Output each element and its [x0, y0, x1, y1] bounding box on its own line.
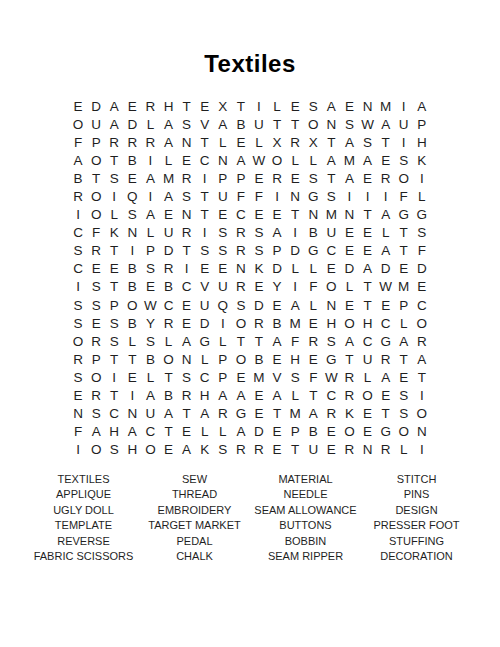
grid-cell-r13c6[interactable]: R	[159, 314, 177, 332]
grid-cell-r3c16[interactable]: A	[340, 133, 358, 151]
grid-cell-r1c9[interactable]: X	[214, 97, 232, 115]
grid-cell-r6c4[interactable]: Q	[123, 187, 141, 205]
grid-cell-r20c8[interactable]: K	[196, 441, 214, 459]
grid-cell-r5c6[interactable]: M	[159, 169, 177, 187]
grid-cell-r17c3[interactable]: T	[105, 387, 123, 405]
grid-cell-r17c1[interactable]: E	[69, 387, 87, 405]
grid-cell-r13c19[interactable]: L	[395, 314, 413, 332]
grid-cell-r12c5[interactable]: W	[141, 296, 159, 314]
grid-cell-r1c2[interactable]: D	[87, 97, 105, 115]
grid-cell-r18c1[interactable]: N	[69, 405, 87, 423]
grid-cell-r1c14[interactable]: S	[304, 97, 322, 115]
grid-cell-r16c3[interactable]: I	[105, 368, 123, 386]
grid-cell-r14c4[interactable]: L	[123, 332, 141, 350]
grid-cell-r13c9[interactable]: I	[214, 314, 232, 332]
grid-cell-r10c16[interactable]: D	[340, 260, 358, 278]
grid-cell-r11c9[interactable]: U	[214, 278, 232, 296]
grid-cell-r10c15[interactable]: E	[322, 260, 340, 278]
grid-cell-r8c20[interactable]: S	[413, 224, 431, 242]
grid-cell-r14c20[interactable]: R	[413, 332, 431, 350]
grid-cell-r19c9[interactable]: L	[214, 423, 232, 441]
grid-cell-r16c13[interactable]: S	[286, 368, 304, 386]
grid-cell-r20c11[interactable]: R	[250, 441, 268, 459]
grid-cell-r3c18[interactable]: T	[377, 133, 395, 151]
grid-cell-r6c8[interactable]: T	[196, 187, 214, 205]
grid-cell-r18c13[interactable]: M	[286, 405, 304, 423]
grid-cell-r2c18[interactable]: A	[377, 115, 395, 133]
grid-cell-r19c12[interactable]: E	[268, 423, 286, 441]
grid-cell-r19c10[interactable]: A	[232, 423, 250, 441]
grid-cell-r5c10[interactable]: P	[232, 169, 250, 187]
grid-cell-r19c17[interactable]: E	[359, 423, 377, 441]
grid-cell-r5c18[interactable]: R	[377, 169, 395, 187]
grid-cell-r20c19[interactable]: L	[395, 441, 413, 459]
grid-cell-r14c14[interactable]: R	[304, 332, 322, 350]
grid-cell-r13c3[interactable]: S	[105, 314, 123, 332]
grid-cell-r2c3[interactable]: A	[105, 115, 123, 133]
grid-cell-r16c20[interactable]: T	[413, 368, 431, 386]
grid-cell-r15c4[interactable]: T	[123, 350, 141, 368]
grid-cell-r17c9[interactable]: A	[214, 387, 232, 405]
grid-cell-r8c9[interactable]: S	[214, 224, 232, 242]
grid-cell-r11c19[interactable]: M	[395, 278, 413, 296]
grid-cell-r18c10[interactable]: G	[232, 405, 250, 423]
grid-cell-r3c10[interactable]: E	[232, 133, 250, 151]
grid-cell-r6c11[interactable]: F	[250, 187, 268, 205]
grid-cell-r9c18[interactable]: A	[377, 242, 395, 260]
grid-cell-r1c12[interactable]: L	[268, 97, 286, 115]
grid-cell-r7c20[interactable]: G	[413, 206, 431, 224]
grid-cell-r14c1[interactable]: O	[69, 332, 87, 350]
grid-cell-r18c8[interactable]: A	[196, 405, 214, 423]
grid-cell-r3c11[interactable]: L	[250, 133, 268, 151]
grid-cell-r6c14[interactable]: G	[304, 187, 322, 205]
grid-cell-r18c12[interactable]: T	[268, 405, 286, 423]
grid-cell-r14c9[interactable]: L	[214, 332, 232, 350]
grid-cell-r15c13[interactable]: H	[286, 350, 304, 368]
grid-cell-r11c14[interactable]: F	[304, 278, 322, 296]
grid-cell-r9c12[interactable]: P	[268, 242, 286, 260]
grid-cell-r17c17[interactable]: O	[359, 387, 377, 405]
grid-cell-r7c4[interactable]: S	[123, 206, 141, 224]
grid-cell-r11c12[interactable]: Y	[268, 278, 286, 296]
grid-cell-r17c4[interactable]: I	[123, 387, 141, 405]
grid-cell-r10c11[interactable]: K	[250, 260, 268, 278]
grid-cell-r15c18[interactable]: R	[377, 350, 395, 368]
grid-cell-r18c5[interactable]: U	[141, 405, 159, 423]
grid-cell-r16c11[interactable]: M	[250, 368, 268, 386]
grid-cell-r20c3[interactable]: S	[105, 441, 123, 459]
grid-cell-r7c18[interactable]: A	[377, 206, 395, 224]
grid-cell-r12c4[interactable]: O	[123, 296, 141, 314]
grid-cell-r15c2[interactable]: P	[87, 350, 105, 368]
grid-cell-r17c11[interactable]: E	[250, 387, 268, 405]
grid-cell-r9c5[interactable]: P	[141, 242, 159, 260]
grid-cell-r1c19[interactable]: I	[395, 97, 413, 115]
grid-cell-r4c14[interactable]: L	[304, 151, 322, 169]
grid-cell-r9c14[interactable]: G	[304, 242, 322, 260]
grid-cell-r9c17[interactable]: E	[359, 242, 377, 260]
grid-cell-r19c4[interactable]: A	[123, 423, 141, 441]
grid-cell-r3c2[interactable]: P	[87, 133, 105, 151]
grid-cell-r5c14[interactable]: S	[304, 169, 322, 187]
grid-cell-r19c15[interactable]: E	[322, 423, 340, 441]
grid-cell-r12c3[interactable]: P	[105, 296, 123, 314]
grid-cell-r4c18[interactable]: E	[377, 151, 395, 169]
grid-cell-r17c20[interactable]: I	[413, 387, 431, 405]
grid-cell-r18c6[interactable]: A	[159, 405, 177, 423]
grid-cell-r15c20[interactable]: A	[413, 350, 431, 368]
grid-cell-r1c10[interactable]: T	[232, 97, 250, 115]
grid-cell-r3c13[interactable]: R	[286, 133, 304, 151]
grid-cell-r14c6[interactable]: L	[159, 332, 177, 350]
grid-cell-r16c16[interactable]: R	[340, 368, 358, 386]
grid-cell-r3c15[interactable]: T	[322, 133, 340, 151]
grid-cell-r9c11[interactable]: S	[250, 242, 268, 260]
grid-cell-r20c6[interactable]: E	[159, 441, 177, 459]
grid-cell-r9c1[interactable]: S	[69, 242, 87, 260]
grid-cell-r19c19[interactable]: O	[395, 423, 413, 441]
grid-cell-r5c20[interactable]: I	[413, 169, 431, 187]
grid-cell-r3c19[interactable]: I	[395, 133, 413, 151]
grid-cell-r15c5[interactable]: B	[141, 350, 159, 368]
grid-cell-r11c3[interactable]: T	[105, 278, 123, 296]
grid-cell-r16c17[interactable]: L	[359, 368, 377, 386]
grid-cell-r13c11[interactable]: R	[250, 314, 268, 332]
grid-cell-r14c2[interactable]: R	[87, 332, 105, 350]
grid-cell-r5c17[interactable]: E	[359, 169, 377, 187]
grid-cell-r20c7[interactable]: A	[178, 441, 196, 459]
grid-cell-r17c8[interactable]: H	[196, 387, 214, 405]
grid-cell-r10c5[interactable]: S	[141, 260, 159, 278]
grid-cell-r14c19[interactable]: A	[395, 332, 413, 350]
grid-cell-r11c18[interactable]: W	[377, 278, 395, 296]
grid-cell-r15c1[interactable]: R	[69, 350, 87, 368]
grid-cell-r11c16[interactable]: L	[340, 278, 358, 296]
grid-cell-r2c19[interactable]: U	[395, 115, 413, 133]
grid-cell-r7c6[interactable]: E	[159, 206, 177, 224]
grid-cell-r11c20[interactable]: E	[413, 278, 431, 296]
grid-cell-r5c13[interactable]: E	[286, 169, 304, 187]
grid-cell-r15c8[interactable]: L	[196, 350, 214, 368]
grid-cell-r20c2[interactable]: O	[87, 441, 105, 459]
grid-cell-r6c7[interactable]: S	[178, 187, 196, 205]
grid-cell-r4c6[interactable]: L	[159, 151, 177, 169]
grid-cell-r17c13[interactable]: L	[286, 387, 304, 405]
grid-cell-r7c5[interactable]: A	[141, 206, 159, 224]
grid-cell-r7c7[interactable]: N	[178, 206, 196, 224]
grid-cell-r8c2[interactable]: F	[87, 224, 105, 242]
grid-cell-r18c9[interactable]: R	[214, 405, 232, 423]
grid-cell-r8c7[interactable]: R	[178, 224, 196, 242]
grid-cell-r18c4[interactable]: N	[123, 405, 141, 423]
grid-cell-r5c11[interactable]: E	[250, 169, 268, 187]
grid-cell-r18c11[interactable]: E	[250, 405, 268, 423]
grid-cell-r18c3[interactable]: C	[105, 405, 123, 423]
grid-cell-r7c1[interactable]: I	[69, 206, 87, 224]
grid-cell-r18c19[interactable]: S	[395, 405, 413, 423]
grid-cell-r6c17[interactable]: I	[359, 187, 377, 205]
grid-cell-r5c12[interactable]: R	[268, 169, 286, 187]
grid-cell-r18c14[interactable]: A	[304, 405, 322, 423]
grid-cell-r1c16[interactable]: E	[340, 97, 358, 115]
grid-cell-r4c11[interactable]: W	[250, 151, 268, 169]
grid-cell-r2c14[interactable]: O	[304, 115, 322, 133]
grid-cell-r7c12[interactable]: E	[268, 206, 286, 224]
grid-cell-r19c18[interactable]: G	[377, 423, 395, 441]
grid-cell-r18c16[interactable]: K	[340, 405, 358, 423]
grid-cell-r4c16[interactable]: M	[340, 151, 358, 169]
grid-cell-r1c4[interactable]: E	[123, 97, 141, 115]
grid-cell-r19c7[interactable]: E	[178, 423, 196, 441]
grid-cell-r4c4[interactable]: B	[123, 151, 141, 169]
grid-cell-r17c10[interactable]: A	[232, 387, 250, 405]
grid-cell-r13c18[interactable]: C	[377, 314, 395, 332]
grid-cell-r7c8[interactable]: T	[196, 206, 214, 224]
grid-cell-r4c3[interactable]: T	[105, 151, 123, 169]
grid-cell-r12c9[interactable]: Q	[214, 296, 232, 314]
grid-cell-r20c10[interactable]: R	[232, 441, 250, 459]
grid-cell-r8c17[interactable]: E	[359, 224, 377, 242]
grid-cell-r16c18[interactable]: A	[377, 368, 395, 386]
grid-cell-r3c3[interactable]: R	[105, 133, 123, 151]
grid-cell-r4c7[interactable]: E	[178, 151, 196, 169]
grid-cell-r18c17[interactable]: E	[359, 405, 377, 423]
grid-cell-r15c16[interactable]: T	[340, 350, 358, 368]
grid-cell-r6c10[interactable]: F	[232, 187, 250, 205]
grid-cell-r17c5[interactable]: A	[141, 387, 159, 405]
grid-cell-r9c3[interactable]: T	[105, 242, 123, 260]
grid-cell-r13c13[interactable]: M	[286, 314, 304, 332]
grid-cell-r6c20[interactable]: L	[413, 187, 431, 205]
grid-cell-r19c5[interactable]: C	[141, 423, 159, 441]
grid-cell-r13c4[interactable]: B	[123, 314, 141, 332]
grid-cell-r9c15[interactable]: C	[322, 242, 340, 260]
grid-cell-r16c1[interactable]: S	[69, 368, 87, 386]
grid-cell-r10c3[interactable]: E	[105, 260, 123, 278]
grid-cell-r12c19[interactable]: P	[395, 296, 413, 314]
grid-cell-r8c12[interactable]: A	[268, 224, 286, 242]
grid-cell-r10c19[interactable]: E	[395, 260, 413, 278]
grid-cell-r12c11[interactable]: D	[250, 296, 268, 314]
grid-cell-r1c1[interactable]: E	[69, 97, 87, 115]
grid-cell-r14c12[interactable]: A	[268, 332, 286, 350]
grid-cell-r1c15[interactable]: A	[322, 97, 340, 115]
grid-cell-r20c20[interactable]: I	[413, 441, 431, 459]
grid-cell-r4c9[interactable]: N	[214, 151, 232, 169]
grid-cell-r2c20[interactable]: P	[413, 115, 431, 133]
grid-cell-r5c16[interactable]: A	[340, 169, 358, 187]
grid-cell-r18c15[interactable]: R	[322, 405, 340, 423]
grid-cell-r4c8[interactable]: C	[196, 151, 214, 169]
grid-cell-r16c4[interactable]: E	[123, 368, 141, 386]
grid-cell-r8c18[interactable]: L	[377, 224, 395, 242]
grid-cell-r7c3[interactable]: L	[105, 206, 123, 224]
grid-cell-r10c6[interactable]: R	[159, 260, 177, 278]
grid-cell-r12c17[interactable]: T	[359, 296, 377, 314]
grid-cell-r14c11[interactable]: T	[250, 332, 268, 350]
grid-cell-r13c15[interactable]: H	[322, 314, 340, 332]
grid-cell-r20c5[interactable]: O	[141, 441, 159, 459]
grid-cell-r9c2[interactable]: R	[87, 242, 105, 260]
grid-cell-r13c8[interactable]: D	[196, 314, 214, 332]
grid-cell-r13c14[interactable]: E	[304, 314, 322, 332]
grid-cell-r5c1[interactable]: B	[69, 169, 87, 187]
grid-cell-r5c19[interactable]: O	[395, 169, 413, 187]
grid-cell-r2c10[interactable]: B	[232, 115, 250, 133]
grid-cell-r6c18[interactable]: I	[377, 187, 395, 205]
grid-cell-r11c7[interactable]: C	[178, 278, 196, 296]
grid-cell-r7c15[interactable]: M	[322, 206, 340, 224]
grid-cell-r16c12[interactable]: V	[268, 368, 286, 386]
grid-cell-r11c1[interactable]: I	[69, 278, 87, 296]
grid-cell-r3c12[interactable]: X	[268, 133, 286, 151]
grid-cell-r15c15[interactable]: G	[322, 350, 340, 368]
grid-cell-r12c16[interactable]: E	[340, 296, 358, 314]
grid-cell-r18c18[interactable]: T	[377, 405, 395, 423]
grid-cell-r7c14[interactable]: N	[304, 206, 322, 224]
grid-cell-r14c18[interactable]: G	[377, 332, 395, 350]
grid-cell-r14c5[interactable]: S	[141, 332, 159, 350]
grid-cell-r8c5[interactable]: L	[141, 224, 159, 242]
grid-cell-r11c10[interactable]: R	[232, 278, 250, 296]
grid-cell-r4c13[interactable]: L	[286, 151, 304, 169]
grid-cell-r4c10[interactable]: A	[232, 151, 250, 169]
grid-cell-r11c17[interactable]: T	[359, 278, 377, 296]
grid-cell-r2c2[interactable]: U	[87, 115, 105, 133]
grid-cell-r20c14[interactable]: U	[304, 441, 322, 459]
grid-cell-r9c10[interactable]: R	[232, 242, 250, 260]
grid-cell-r4c1[interactable]: A	[69, 151, 87, 169]
grid-cell-r4c19[interactable]: S	[395, 151, 413, 169]
grid-cell-r2c5[interactable]: L	[141, 115, 159, 133]
grid-cell-r8c1[interactable]: C	[69, 224, 87, 242]
grid-cell-r10c7[interactable]: I	[178, 260, 196, 278]
grid-cell-r8c8[interactable]: I	[196, 224, 214, 242]
grid-cell-r12c14[interactable]: L	[304, 296, 322, 314]
grid-cell-r6c15[interactable]: S	[322, 187, 340, 205]
grid-cell-r11c6[interactable]: B	[159, 278, 177, 296]
grid-cell-r20c17[interactable]: N	[359, 441, 377, 459]
grid-cell-r17c18[interactable]: E	[377, 387, 395, 405]
grid-cell-r3c6[interactable]: A	[159, 133, 177, 151]
grid-cell-r2c12[interactable]: T	[268, 115, 286, 133]
grid-cell-r12c18[interactable]: E	[377, 296, 395, 314]
grid-cell-r3c7[interactable]: N	[178, 133, 196, 151]
grid-cell-r3c14[interactable]: X	[304, 133, 322, 151]
grid-cell-r13c7[interactable]: E	[178, 314, 196, 332]
grid-cell-r1c17[interactable]: N	[359, 97, 377, 115]
grid-cell-r15c6[interactable]: O	[159, 350, 177, 368]
grid-cell-r10c17[interactable]: A	[359, 260, 377, 278]
grid-cell-r3c8[interactable]: T	[196, 133, 214, 151]
grid-cell-r9c7[interactable]: T	[178, 242, 196, 260]
grid-cell-r13c20[interactable]: O	[413, 314, 431, 332]
grid-cell-r12c15[interactable]: N	[322, 296, 340, 314]
grid-cell-r12c10[interactable]: S	[232, 296, 250, 314]
grid-cell-r17c19[interactable]: S	[395, 387, 413, 405]
grid-cell-r1c3[interactable]: A	[105, 97, 123, 115]
grid-cell-r12c13[interactable]: A	[286, 296, 304, 314]
grid-cell-r20c18[interactable]: R	[377, 441, 395, 459]
grid-cell-r9c4[interactable]: I	[123, 242, 141, 260]
grid-cell-r6c16[interactable]: I	[340, 187, 358, 205]
grid-cell-r10c4[interactable]: B	[123, 260, 141, 278]
grid-cell-r17c16[interactable]: R	[340, 387, 358, 405]
grid-cell-r20c4[interactable]: H	[123, 441, 141, 459]
grid-cell-r3c5[interactable]: R	[141, 133, 159, 151]
grid-cell-r8c3[interactable]: K	[105, 224, 123, 242]
grid-cell-r13c5[interactable]: Y	[141, 314, 159, 332]
grid-cell-r13c17[interactable]: H	[359, 314, 377, 332]
grid-cell-r11c13[interactable]: I	[286, 278, 304, 296]
grid-cell-r2c16[interactable]: S	[340, 115, 358, 133]
grid-cell-r17c14[interactable]: T	[304, 387, 322, 405]
grid-cell-r15c3[interactable]: T	[105, 350, 123, 368]
grid-cell-r12c1[interactable]: S	[69, 296, 87, 314]
grid-cell-r7c10[interactable]: C	[232, 206, 250, 224]
grid-cell-r9c8[interactable]: S	[196, 242, 214, 260]
grid-cell-r1c5[interactable]: R	[141, 97, 159, 115]
grid-cell-r5c4[interactable]: E	[123, 169, 141, 187]
grid-cell-r8c15[interactable]: U	[322, 224, 340, 242]
grid-cell-r12c2[interactable]: S	[87, 296, 105, 314]
grid-cell-r8c4[interactable]: N	[123, 224, 141, 242]
grid-cell-r3c4[interactable]: R	[123, 133, 141, 151]
grid-cell-r6c1[interactable]: R	[69, 187, 87, 205]
grid-cell-r10c10[interactable]: N	[232, 260, 250, 278]
grid-cell-r1c18[interactable]: M	[377, 97, 395, 115]
grid-cell-r12c12[interactable]: E	[268, 296, 286, 314]
grid-cell-r6c5[interactable]: I	[141, 187, 159, 205]
grid-cell-r19c1[interactable]: F	[69, 423, 87, 441]
grid-cell-r10c1[interactable]: C	[69, 260, 87, 278]
grid-cell-r7c13[interactable]: T	[286, 206, 304, 224]
grid-cell-r16c9[interactable]: P	[214, 368, 232, 386]
grid-cell-r4c5[interactable]: I	[141, 151, 159, 169]
grid-cell-r2c15[interactable]: N	[322, 115, 340, 133]
grid-cell-r3c20[interactable]: H	[413, 133, 431, 151]
grid-cell-r9c13[interactable]: D	[286, 242, 304, 260]
grid-cell-r9c9[interactable]: S	[214, 242, 232, 260]
grid-cell-r19c2[interactable]: A	[87, 423, 105, 441]
grid-cell-r8c16[interactable]: E	[340, 224, 358, 242]
grid-cell-r15c19[interactable]: T	[395, 350, 413, 368]
grid-cell-r8c11[interactable]: S	[250, 224, 268, 242]
grid-cell-r1c6[interactable]: H	[159, 97, 177, 115]
grid-cell-r5c3[interactable]: S	[105, 169, 123, 187]
grid-cell-r4c20[interactable]: K	[413, 151, 431, 169]
grid-cell-r2c9[interactable]: A	[214, 115, 232, 133]
grid-cell-r13c12[interactable]: B	[268, 314, 286, 332]
grid-cell-r17c7[interactable]: R	[178, 387, 196, 405]
grid-cell-r19c16[interactable]: O	[340, 423, 358, 441]
grid-cell-r16c2[interactable]: O	[87, 368, 105, 386]
grid-cell-r10c2[interactable]: E	[87, 260, 105, 278]
grid-cell-r17c12[interactable]: A	[268, 387, 286, 405]
grid-cell-r16c19[interactable]: E	[395, 368, 413, 386]
grid-cell-r5c9[interactable]: P	[214, 169, 232, 187]
grid-cell-r9c6[interactable]: D	[159, 242, 177, 260]
grid-cell-r3c9[interactable]: L	[214, 133, 232, 151]
grid-cell-r20c12[interactable]: E	[268, 441, 286, 459]
grid-cell-r4c2[interactable]: O	[87, 151, 105, 169]
grid-cell-r5c8[interactable]: I	[196, 169, 214, 187]
grid-cell-r19c13[interactable]: P	[286, 423, 304, 441]
grid-cell-r14c8[interactable]: G	[196, 332, 214, 350]
grid-cell-r20c13[interactable]: T	[286, 441, 304, 459]
grid-cell-r6c6[interactable]: A	[159, 187, 177, 205]
